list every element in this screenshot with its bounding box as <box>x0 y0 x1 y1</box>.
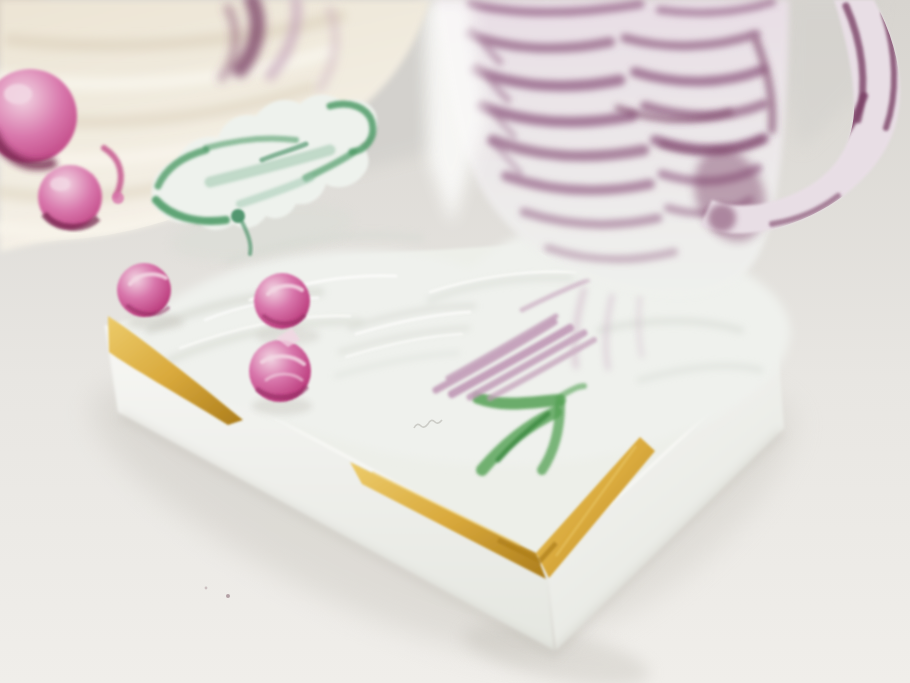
berry-shadow <box>128 314 184 330</box>
figurine-photo <box>0 0 910 683</box>
berry-bud <box>112 192 124 204</box>
porcelain-figurine-scene <box>0 0 910 683</box>
kiln-speck <box>205 587 208 590</box>
kiln-speck <box>226 594 230 598</box>
berry-highlight-spot <box>4 84 32 104</box>
berry-left <box>117 263 171 317</box>
tail-body-junction-shadow <box>708 204 736 232</box>
berry-highlight-spot <box>50 177 70 191</box>
